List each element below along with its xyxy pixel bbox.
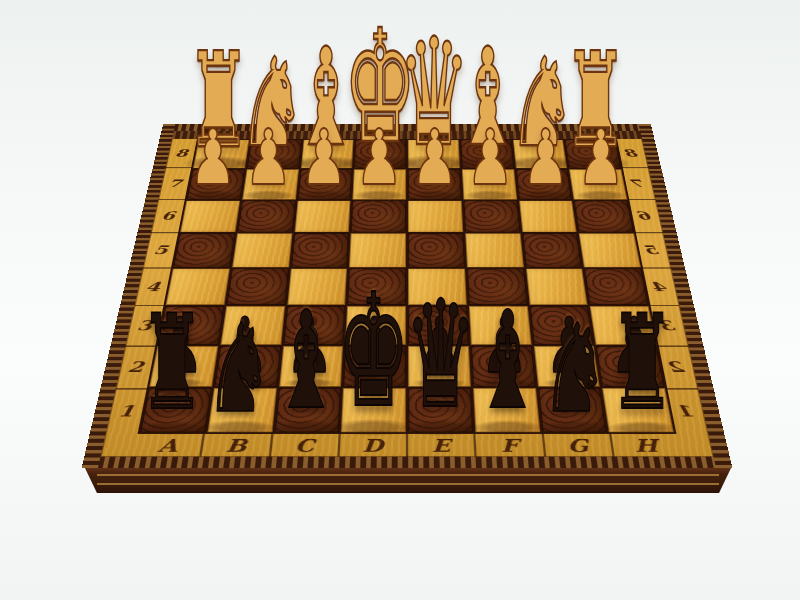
knight-glyph: ♞ bbox=[205, 308, 274, 430]
pawn-glyph: ♟ bbox=[522, 120, 569, 197]
queen-glyph: ♛ bbox=[405, 282, 477, 430]
pawn-glyph: ♟ bbox=[356, 120, 403, 197]
pawn-glyph: ♟ bbox=[466, 120, 513, 197]
knight-glyph: ♞ bbox=[541, 308, 610, 430]
pieces-layer: ♜♞♝♚♛♝♞♜♟♟♟♟♟♟♟♟♟♟♟♟♟♟♟♟♜♞♝♚♛♝♞♜ bbox=[0, 0, 800, 600]
rook-glyph: ♜ bbox=[139, 299, 204, 430]
bishop-glyph: ♝ bbox=[474, 296, 541, 430]
bishop-glyph: ♝ bbox=[273, 296, 340, 430]
pawn-glyph: ♟ bbox=[245, 120, 292, 197]
pawn-glyph: ♟ bbox=[300, 120, 347, 197]
rook-glyph: ♜ bbox=[609, 299, 674, 430]
king-glyph: ♚ bbox=[337, 274, 411, 430]
pawn-glyph: ♟ bbox=[577, 120, 624, 197]
pawn-glyph: ♟ bbox=[411, 120, 458, 197]
scene: 87654321 87654321 ABCDEFGH ♜♞♝♚♛♝♞♜♟♟♟♟♟… bbox=[0, 0, 800, 600]
pawn-glyph: ♟ bbox=[189, 120, 236, 197]
